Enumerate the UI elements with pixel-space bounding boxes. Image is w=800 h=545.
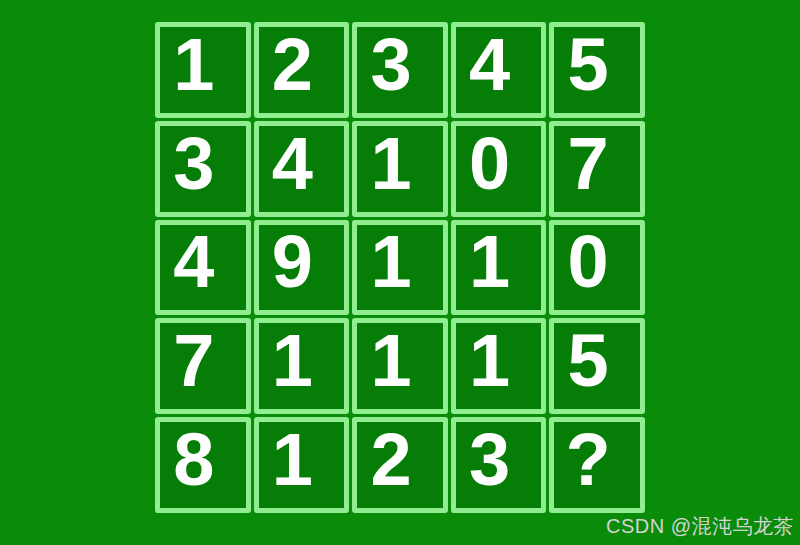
csdn-watermark: CSDN @混沌乌龙茶 — [606, 513, 794, 540]
cell-value: 1 — [370, 225, 411, 299]
cell-r1c2: 2 — [254, 22, 350, 118]
cell-r2c1: 3 — [155, 121, 251, 217]
cell-value: 2 — [272, 28, 313, 102]
cell-r1c1: 1 — [155, 22, 251, 118]
cell-r5c4: 3 — [451, 417, 547, 513]
cell-value: 1 — [370, 127, 411, 201]
cell-value: 0 — [568, 225, 609, 299]
puzzle-board: 123453410749110711158123? — [155, 22, 645, 513]
cell-r1c5: 5 — [549, 22, 645, 118]
cell-value: 4 — [272, 127, 313, 201]
cell-r4c3: 1 — [352, 318, 448, 414]
cell-r3c3: 1 — [352, 220, 448, 316]
cell-r3c2: 9 — [254, 220, 350, 316]
cell-value: 4 — [469, 28, 510, 102]
cell-value: 4 — [173, 225, 214, 299]
cell-value: 5 — [568, 324, 609, 398]
cell-value: 2 — [370, 423, 411, 497]
cell-value: 7 — [568, 127, 609, 201]
cell-r4c5: 5 — [549, 318, 645, 414]
cell-r2c2: 4 — [254, 121, 350, 217]
cell-value: 1 — [469, 324, 510, 398]
cell-r4c2: 1 — [254, 318, 350, 414]
cell-value: 1 — [469, 225, 510, 299]
cell-r1c4: 4 — [451, 22, 547, 118]
missing-value: ? — [566, 423, 611, 497]
cell-r2c3: 1 — [352, 121, 448, 217]
cell-r5c3: 2 — [352, 417, 448, 513]
cell-r3c5: 0 — [549, 220, 645, 316]
cell-value: 1 — [370, 324, 411, 398]
cell-value: 8 — [173, 423, 214, 497]
cell-value: 0 — [469, 127, 510, 201]
cell-value: 1 — [272, 423, 313, 497]
cell-r4c4: 1 — [451, 318, 547, 414]
cell-r5c1: 8 — [155, 417, 251, 513]
cell-value: 7 — [173, 324, 214, 398]
cell-value: 3 — [173, 127, 214, 201]
cell-value: 1 — [272, 324, 313, 398]
cell-r1c3: 3 — [352, 22, 448, 118]
cell-r3c4: 1 — [451, 220, 547, 316]
cell-r2c4: 0 — [451, 121, 547, 217]
cell-r5c5: ? — [549, 417, 645, 513]
cell-r5c2: 1 — [254, 417, 350, 513]
cell-r3c1: 4 — [155, 220, 251, 316]
puzzle-image: 123453410749110711158123? CSDN @混沌乌龙茶 — [0, 0, 800, 545]
cell-r4c1: 7 — [155, 318, 251, 414]
cell-value: 3 — [370, 28, 411, 102]
cell-value: 1 — [173, 28, 214, 102]
cell-value: 3 — [469, 423, 510, 497]
cell-value: 5 — [568, 28, 609, 102]
cell-r2c5: 7 — [549, 121, 645, 217]
cell-value: 9 — [272, 225, 313, 299]
